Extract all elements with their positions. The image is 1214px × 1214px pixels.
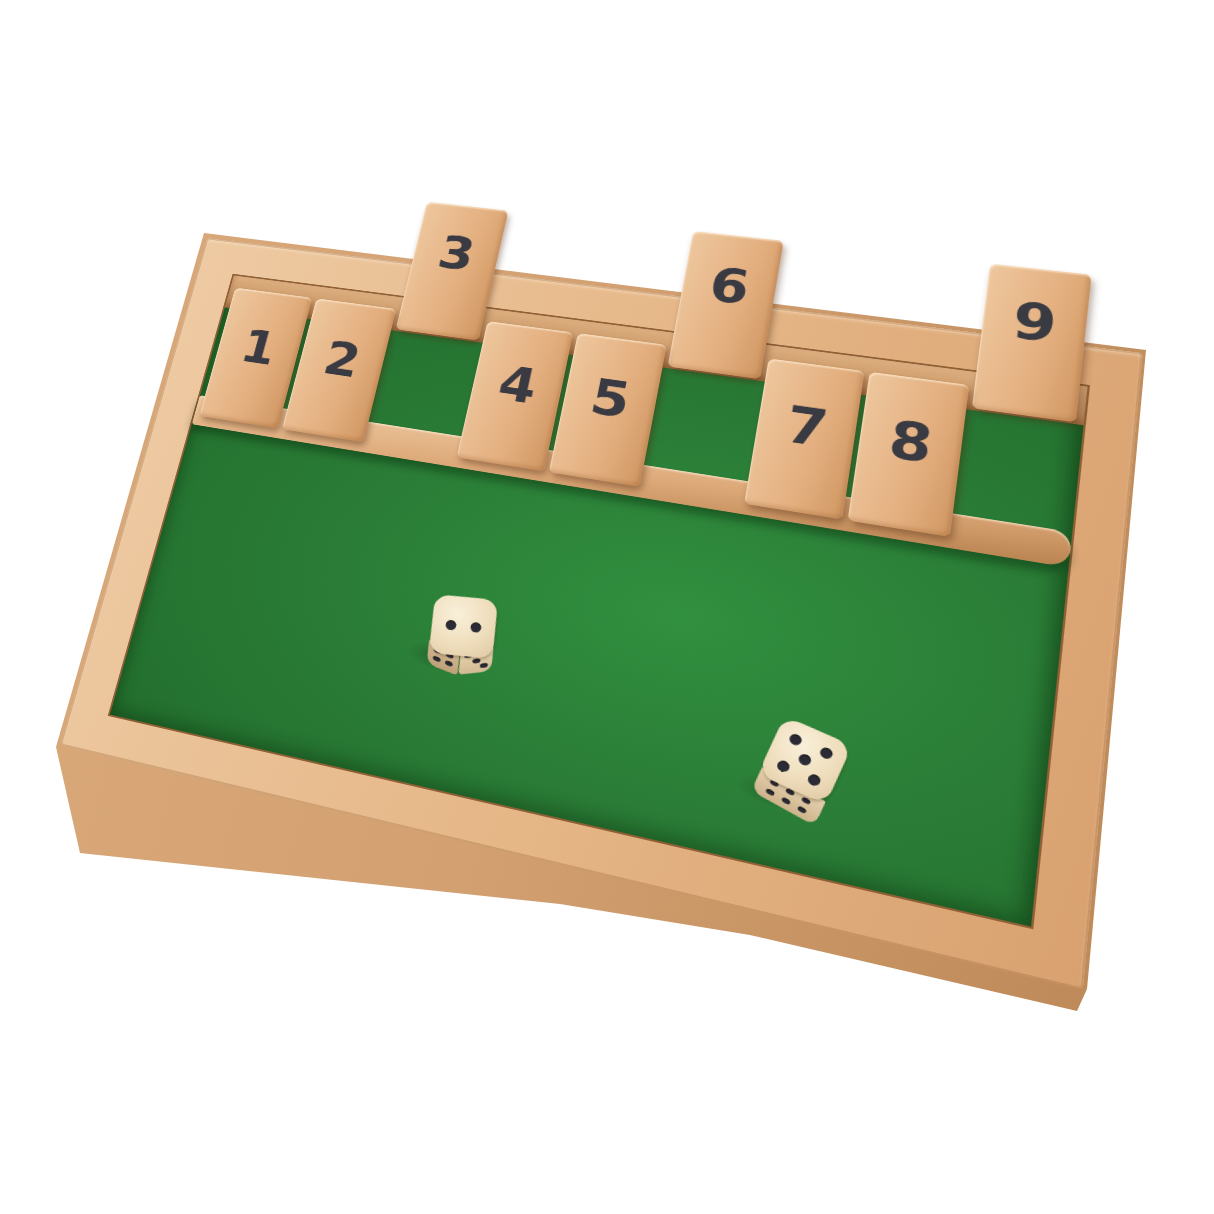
pip <box>470 622 482 633</box>
die-2[interactable] <box>745 716 852 832</box>
pip <box>445 660 453 667</box>
pip <box>806 773 822 788</box>
pip <box>433 656 441 663</box>
pip <box>781 796 791 805</box>
shut-the-box-scene: 123456789 <box>0 0 1214 1214</box>
pip <box>788 732 804 747</box>
pip <box>472 658 480 663</box>
pip <box>480 663 488 668</box>
die-1[interactable] <box>426 594 498 686</box>
pip <box>819 746 835 761</box>
pip <box>775 759 791 774</box>
pip <box>445 620 457 631</box>
pip <box>797 752 813 767</box>
die-top-face-2 <box>429 594 498 659</box>
pip <box>797 805 807 814</box>
pip <box>765 788 775 797</box>
